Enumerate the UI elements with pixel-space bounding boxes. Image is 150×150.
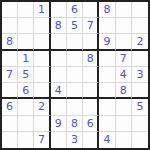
cell-r2c4[interactable]: 8: [51, 18, 67, 34]
cell-r7c8[interactable]: [116, 99, 132, 115]
cell-r5c4[interactable]: [51, 67, 67, 83]
given-digit: 2: [38, 101, 45, 112]
cell-r6c8[interactable]: 8: [116, 83, 132, 99]
given-digit: 8: [120, 85, 127, 96]
cell-r9c3[interactable]: 7: [34, 132, 50, 148]
given-digit: 7: [6, 69, 13, 80]
cell-r3c7[interactable]: 9: [99, 34, 115, 50]
cell-r3c2[interactable]: [18, 34, 34, 50]
sudoku-board: 1688578921877543648625986734: [0, 0, 150, 150]
given-digit: 9: [103, 36, 110, 47]
cell-r3c8[interactable]: [116, 34, 132, 50]
cell-r4c9[interactable]: [132, 51, 148, 67]
given-digit: 8: [71, 118, 78, 129]
cell-r6c2[interactable]: 6: [18, 83, 34, 99]
given-digit: 4: [103, 134, 110, 145]
cell-r8c2[interactable]: [18, 116, 34, 132]
given-digit: 4: [55, 85, 62, 96]
cell-r5c3[interactable]: [34, 67, 50, 83]
given-digit: 8: [55, 20, 62, 31]
given-digit: 3: [136, 69, 143, 80]
cell-r2c2[interactable]: [18, 18, 34, 34]
cell-r9c4[interactable]: [51, 132, 67, 148]
cell-r6c7[interactable]: [99, 83, 115, 99]
cell-r4c3[interactable]: [34, 51, 50, 67]
cell-r4c8[interactable]: 7: [116, 51, 132, 67]
cell-r3c3[interactable]: [34, 34, 50, 50]
given-digit: 8: [6, 36, 13, 47]
cell-r7c9[interactable]: 5: [132, 99, 148, 115]
cell-r8c1[interactable]: [2, 116, 18, 132]
cell-r5c5[interactable]: [67, 67, 83, 83]
cell-r4c2[interactable]: 1: [18, 51, 34, 67]
given-digit: 4: [120, 69, 127, 80]
cell-r6c5[interactable]: [67, 83, 83, 99]
cell-r5c1[interactable]: 7: [2, 67, 18, 83]
given-digit: 7: [38, 134, 45, 145]
given-digit: 7: [120, 53, 127, 64]
cell-r9c8[interactable]: [116, 132, 132, 148]
cell-r3c5[interactable]: [67, 34, 83, 50]
given-digit: 2: [136, 36, 143, 47]
cell-r6c9[interactable]: [132, 83, 148, 99]
cell-r9c6[interactable]: [83, 132, 99, 148]
given-digit: 7: [87, 20, 94, 31]
cell-r9c1[interactable]: [2, 132, 18, 148]
cell-r4c7[interactable]: [99, 51, 115, 67]
cell-r1c3[interactable]: 1: [34, 2, 50, 18]
given-digit: 1: [22, 53, 29, 64]
given-digit: 5: [22, 69, 29, 80]
given-digit: 1: [38, 4, 45, 15]
cell-r2c6[interactable]: 7: [83, 18, 99, 34]
given-digit: 6: [22, 85, 29, 96]
cell-r3c6[interactable]: [83, 34, 99, 50]
cell-r7c1[interactable]: 6: [2, 99, 18, 115]
given-digit: 6: [87, 118, 94, 129]
cell-r5c8[interactable]: 4: [116, 67, 132, 83]
cell-r7c4[interactable]: [51, 99, 67, 115]
cell-r1c6[interactable]: [83, 2, 99, 18]
cell-r4c5[interactable]: [67, 51, 83, 67]
given-digit: 8: [87, 53, 94, 64]
cell-r1c7[interactable]: 8: [99, 2, 115, 18]
cell-r2c8[interactable]: [116, 18, 132, 34]
cell-r6c4[interactable]: 4: [51, 83, 67, 99]
cell-r3c4[interactable]: [51, 34, 67, 50]
cell-r8c8[interactable]: [116, 116, 132, 132]
given-digit: 8: [103, 4, 110, 15]
cell-r1c9[interactable]: [132, 2, 148, 18]
cell-r8c5[interactable]: 8: [67, 116, 83, 132]
cell-r6c6[interactable]: [83, 83, 99, 99]
cell-r6c1[interactable]: [2, 83, 18, 99]
cell-r3c1[interactable]: 8: [2, 34, 18, 50]
cell-r2c5[interactable]: 5: [67, 18, 83, 34]
cell-r9c7[interactable]: 4: [99, 132, 115, 148]
cell-r1c1[interactable]: [2, 2, 18, 18]
cell-r5c9[interactable]: 3: [132, 67, 148, 83]
cell-r4c4[interactable]: [51, 51, 67, 67]
given-digit: 3: [71, 134, 78, 145]
cell-r7c2[interactable]: [18, 99, 34, 115]
cell-r4c6[interactable]: 8: [83, 51, 99, 67]
cell-r1c4[interactable]: [51, 2, 67, 18]
cell-r1c5[interactable]: 6: [67, 2, 83, 18]
given-digit: 6: [6, 101, 13, 112]
cell-r9c9[interactable]: [132, 132, 148, 148]
cell-r2c7[interactable]: [99, 18, 115, 34]
cell-r5c2[interactable]: 5: [18, 67, 34, 83]
cell-r7c6[interactable]: [83, 99, 99, 115]
given-digit: 6: [71, 4, 78, 15]
cell-r9c5[interactable]: 3: [67, 132, 83, 148]
cell-r8c6[interactable]: 6: [83, 116, 99, 132]
cell-r4c1[interactable]: [2, 51, 18, 67]
given-digit: 9: [55, 118, 62, 129]
cell-r2c3[interactable]: [34, 18, 50, 34]
cell-r9c2[interactable]: [18, 132, 34, 148]
cell-r6c3[interactable]: [34, 83, 50, 99]
cell-r8c4[interactable]: 9: [51, 116, 67, 132]
cell-r7c3[interactable]: 2: [34, 99, 50, 115]
cell-r8c9[interactable]: [132, 116, 148, 132]
cell-r8c3[interactable]: [34, 116, 50, 132]
cell-r1c8[interactable]: [116, 2, 132, 18]
cell-r1c2[interactable]: [18, 2, 34, 18]
cell-r8c7[interactable]: [99, 116, 115, 132]
cell-r7c7[interactable]: [99, 99, 115, 115]
cell-r7c5[interactable]: [67, 99, 83, 115]
given-digit: 5: [71, 20, 78, 31]
cell-r5c7[interactable]: [99, 67, 115, 83]
cell-r2c9[interactable]: [132, 18, 148, 34]
cell-r2c1[interactable]: [2, 18, 18, 34]
cell-r3c9[interactable]: 2: [132, 34, 148, 50]
given-digit: 5: [136, 101, 143, 112]
cell-r5c6[interactable]: [83, 67, 99, 83]
